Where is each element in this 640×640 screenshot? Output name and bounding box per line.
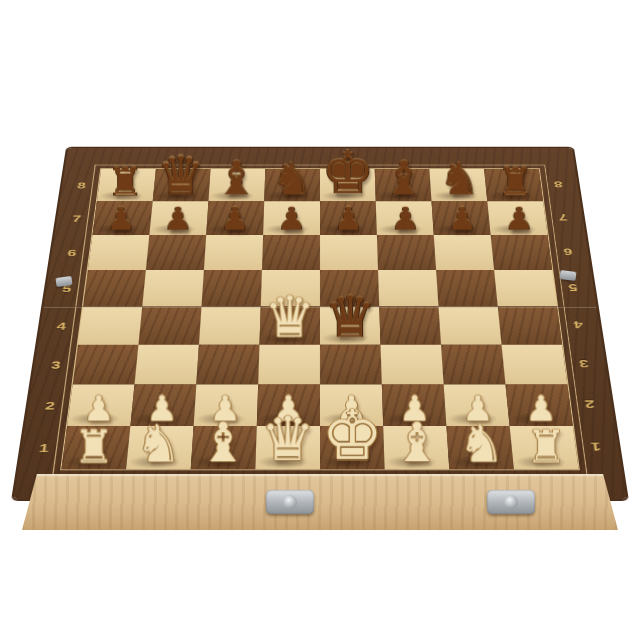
black-pawn-piece[interactable]: ♟ [93, 204, 150, 236]
square-a6[interactable] [88, 235, 150, 270]
black-rook-piece[interactable]: ♜ [487, 163, 543, 202]
black-knight-piece[interactable]: ♞ [431, 157, 487, 201]
square-a4[interactable] [78, 307, 142, 345]
square-b8[interactable]: ♛ [153, 169, 211, 201]
square-h3[interactable] [502, 345, 568, 385]
rank-label-1-left: 1 [29, 426, 59, 469]
metal-latch-left-icon [266, 490, 314, 514]
rank-label-7-right: 7 [550, 201, 576, 235]
product-photo-scene: ♜♛♝♞♚♝♞♜♟♟♟♟♟♟♟♟♛♛♟♟♟♟♟♟♟♟♜♞♝♛♚♝♞♜ abcde… [0, 0, 640, 640]
chessboard: ♜♛♝♞♚♝♞♜♟♟♟♟♟♟♟♟♛♛♟♟♟♟♟♟♟♟♜♞♝♛♚♝♞♜ abcde… [14, 148, 627, 499]
square-a1[interactable]: ♜ [61, 426, 130, 469]
square-e4[interactable]: ♛ [320, 307, 381, 345]
black-bishop-piece[interactable]: ♝ [376, 155, 432, 201]
square-a3[interactable] [73, 345, 139, 385]
metal-latch-right-icon [487, 490, 535, 514]
square-h6[interactable] [491, 235, 553, 270]
square-d4[interactable]: ♛ [259, 307, 320, 345]
square-c5[interactable] [201, 270, 261, 307]
rank-label-4-left: 4 [48, 307, 76, 345]
square-f7[interactable]: ♟ [376, 201, 434, 235]
square-h4[interactable] [498, 307, 562, 345]
square-h8[interactable]: ♜ [484, 169, 543, 201]
square-g1[interactable]: ♞ [446, 426, 514, 469]
square-a7[interactable]: ♟ [92, 201, 152, 235]
black-pawn-piece[interactable]: ♟ [434, 204, 491, 236]
white-knight-piece[interactable]: ♞ [449, 418, 514, 469]
black-rook-piece[interactable]: ♜ [97, 163, 153, 202]
square-h5[interactable] [494, 270, 557, 307]
square-c4[interactable] [199, 307, 261, 345]
square-g3[interactable] [441, 345, 505, 385]
black-pawn-piece[interactable]: ♟ [263, 204, 320, 236]
square-g8[interactable]: ♞ [429, 169, 487, 201]
square-d1[interactable]: ♛ [255, 426, 320, 469]
black-pawn-piece[interactable]: ♟ [149, 204, 206, 236]
square-f5[interactable] [378, 270, 438, 307]
rank-label-8-right: 8 [546, 169, 571, 201]
black-king-piece[interactable]: ♚ [320, 143, 376, 202]
square-a8[interactable]: ♜ [97, 169, 156, 201]
square-h7[interactable]: ♟ [487, 201, 547, 235]
black-pawn-piece[interactable]: ♟ [206, 204, 263, 236]
black-queen-piece[interactable]: ♛ [153, 149, 209, 202]
side-hinge-right-icon [560, 270, 577, 281]
square-f6[interactable] [377, 235, 436, 270]
black-pawn-piece[interactable]: ♟ [320, 204, 377, 236]
square-d6[interactable] [262, 235, 320, 270]
black-bishop-piece[interactable]: ♝ [209, 155, 265, 201]
square-b4[interactable] [138, 307, 201, 345]
rank-label-2-left: 2 [36, 384, 65, 426]
square-d3[interactable] [258, 345, 320, 385]
white-king-piece[interactable]: ♚ [320, 402, 385, 470]
black-pawn-piece[interactable]: ♟ [491, 204, 548, 236]
square-c6[interactable] [204, 235, 263, 270]
white-knight-piece[interactable]: ♞ [126, 418, 191, 469]
rank-label-1-right: 1 [581, 426, 611, 469]
white-bishop-piece[interactable]: ♝ [385, 416, 450, 470]
rank-label-2-right: 2 [575, 384, 604, 426]
black-pawn-piece[interactable]: ♟ [377, 204, 434, 236]
square-g5[interactable] [436, 270, 498, 307]
black-knight-piece[interactable]: ♞ [264, 157, 320, 201]
white-rook-piece[interactable]: ♜ [514, 424, 579, 469]
square-f4[interactable] [379, 307, 441, 345]
square-f8[interactable]: ♝ [375, 169, 432, 201]
board-grid: ♜♛♝♞♚♝♞♜♟♟♟♟♟♟♟♟♛♛♟♟♟♟♟♟♟♟♜♞♝♛♚♝♞♜ [61, 169, 578, 469]
square-c8[interactable]: ♝ [208, 169, 265, 201]
square-b3[interactable] [135, 345, 199, 385]
square-d8[interactable]: ♞ [264, 169, 320, 201]
square-h1[interactable]: ♜ [510, 426, 579, 469]
square-d7[interactable]: ♟ [263, 201, 320, 235]
square-g6[interactable] [434, 235, 494, 270]
white-rook-piece[interactable]: ♜ [62, 424, 127, 469]
square-b5[interactable] [142, 270, 204, 307]
rank-label-4-right: 4 [565, 307, 593, 345]
rank-label-7-left: 7 [64, 201, 90, 235]
box-front-edge [22, 474, 618, 530]
board-perspective-wrap: ♜♛♝♞♚♝♞♜♟♟♟♟♟♟♟♟♛♛♟♟♟♟♟♟♟♟♜♞♝♛♚♝♞♜ abcde… [68, 148, 572, 640]
rank-label-6-left: 6 [59, 235, 85, 270]
square-g4[interactable] [439, 307, 502, 345]
square-e7[interactable]: ♟ [320, 201, 377, 235]
square-c7[interactable]: ♟ [206, 201, 264, 235]
square-a5[interactable] [83, 270, 146, 307]
black-queen-piece[interactable]: ♛ [320, 288, 380, 345]
square-b6[interactable] [146, 235, 206, 270]
square-e3[interactable] [320, 345, 382, 385]
square-e6[interactable] [320, 235, 378, 270]
square-f3[interactable] [381, 345, 444, 385]
square-c1[interactable]: ♝ [191, 426, 257, 469]
white-queen-piece[interactable]: ♛ [255, 409, 320, 470]
white-queen-piece[interactable]: ♛ [260, 288, 320, 345]
rank-label-6-right: 6 [555, 235, 581, 270]
square-b7[interactable]: ♟ [149, 201, 208, 235]
rank-label-8-left: 8 [69, 169, 94, 201]
square-f1[interactable]: ♝ [383, 426, 449, 469]
rank-label-3-right: 3 [570, 345, 598, 385]
square-c3[interactable] [196, 345, 259, 385]
square-b1[interactable]: ♞ [126, 426, 194, 469]
rank-label-3-left: 3 [42, 345, 70, 385]
white-bishop-piece[interactable]: ♝ [191, 416, 256, 470]
square-e8[interactable]: ♚ [320, 169, 376, 201]
square-g7[interactable]: ♟ [432, 201, 491, 235]
square-e1[interactable]: ♚ [320, 426, 385, 469]
